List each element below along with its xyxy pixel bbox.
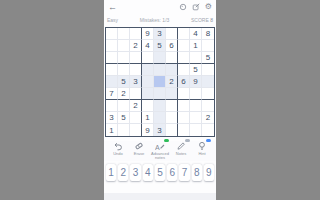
pencil-icon [176, 141, 186, 151]
sudoku-app: ← ⚙ Easy Mistakes: 1/3 SCORE 8 934824561… [104, 0, 216, 200]
cell-r7c3[interactable]: 2 [130, 100, 142, 112]
cell-r1c2[interactable] [118, 28, 130, 40]
undo-label: Undo [113, 152, 123, 156]
cell-r1c7[interactable] [178, 28, 190, 40]
cell-r1c1[interactable] [106, 28, 118, 40]
cell-r6c9[interactable] [202, 88, 214, 100]
settings-gear-icon[interactable]: ⚙ [205, 3, 212, 11]
hint-label: Hint [198, 152, 205, 156]
cell-r4c8[interactable]: 5 [190, 64, 202, 76]
notes-label: Notes [176, 152, 186, 156]
cell-r7c6[interactable] [166, 100, 178, 112]
cell-r9c6[interactable] [166, 124, 178, 136]
cell-r9c8[interactable] [190, 124, 202, 136]
game-toolbar: UndoEraseAAdvanced notesNotesHint [104, 141, 216, 161]
cell-r5c7[interactable]: 6 [178, 76, 190, 88]
cell-r3c3[interactable] [130, 52, 142, 64]
topbar-icon-group: ⚙ [179, 3, 212, 11]
cell-r1c6[interactable] [166, 28, 178, 40]
cell-r5c8[interactable]: 9 [190, 76, 202, 88]
cell-r9c1[interactable]: 1 [106, 124, 118, 136]
numpad-key-9[interactable]: 9 [204, 164, 214, 181]
notes-badge [185, 139, 190, 142]
cell-r5c5[interactable] [154, 76, 166, 88]
cell-r8c4[interactable]: 1 [142, 112, 154, 124]
cell-r6c1[interactable]: 7 [106, 88, 118, 100]
cell-r7c8[interactable] [190, 100, 202, 112]
cell-r6c3[interactable] [130, 88, 142, 100]
cell-r7c9[interactable] [202, 100, 214, 112]
cell-r1c5[interactable]: 3 [154, 28, 166, 40]
cell-r2c8[interactable]: 1 [190, 40, 202, 52]
mistakes-counter: Mistakes: 1/3 [140, 17, 169, 23]
cell-r7c2[interactable] [118, 100, 130, 112]
cell-r2c1[interactable] [106, 40, 118, 52]
advanced-notes-label: Advanced notes [151, 152, 169, 161]
number-pad: 123456789 [104, 164, 216, 181]
cell-r5c1[interactable] [106, 76, 118, 88]
erase-label: Erase [134, 152, 144, 156]
hint-button[interactable]: Hint [192, 141, 212, 156]
bulb-icon [197, 141, 207, 151]
hint-badge [206, 139, 211, 142]
top-bar: ← ⚙ [104, 0, 216, 14]
cell-r4c3[interactable] [130, 64, 142, 76]
cell-r2c6[interactable]: 6 [166, 40, 178, 52]
cell-r7c1[interactable] [106, 100, 118, 112]
cell-r9c3[interactable] [130, 124, 142, 136]
cell-r4c6[interactable] [166, 64, 178, 76]
cell-r2c2[interactable] [118, 40, 130, 52]
cell-r3c2[interactable] [118, 52, 130, 64]
cell-r2c5[interactable]: 5 [154, 40, 166, 52]
score-value: 8 [210, 17, 213, 23]
cell-r4c1[interactable] [106, 64, 118, 76]
cell-r9c4[interactable]: 9 [142, 124, 154, 136]
cell-r6c2[interactable]: 2 [118, 88, 130, 100]
cell-r6c7[interactable] [178, 88, 190, 100]
cell-r4c4[interactable] [142, 64, 154, 76]
numpad-key-8[interactable]: 8 [192, 164, 202, 181]
numpad-key-6[interactable]: 6 [167, 164, 177, 181]
cell-r4c9[interactable] [202, 64, 214, 76]
numpad-key-1[interactable]: 1 [106, 164, 116, 181]
cell-r9c2[interactable] [118, 124, 130, 136]
cell-r3c9[interactable]: 5 [202, 52, 214, 64]
undo-icon [113, 141, 123, 151]
cell-r5c9[interactable] [202, 76, 214, 88]
numpad-key-2[interactable]: 2 [118, 164, 128, 181]
cell-r8c5[interactable] [154, 112, 166, 124]
numpad-key-5[interactable]: 5 [155, 164, 165, 181]
status-bar: Easy Mistakes: 1/3 SCORE 8 [104, 14, 216, 26]
cell-r4c7[interactable] [178, 64, 190, 76]
advanced-notes-icon: A [155, 141, 165, 151]
cell-r1c9[interactable]: 8 [202, 28, 214, 40]
svg-text:A: A [155, 144, 160, 151]
cell-r8c9[interactable]: 2 [202, 112, 214, 124]
cell-r8c8[interactable] [190, 112, 202, 124]
gesture-bar [104, 193, 216, 200]
cell-r7c5[interactable] [154, 100, 166, 112]
cell-r8c7[interactable] [178, 112, 190, 124]
cell-r5c4[interactable] [142, 76, 154, 88]
numpad-key-7[interactable]: 7 [179, 164, 189, 181]
numpad-key-4[interactable]: 4 [143, 164, 153, 181]
cell-r9c5[interactable]: 3 [154, 124, 166, 136]
cell-r8c3[interactable] [130, 112, 142, 124]
edit-icon[interactable] [192, 3, 200, 11]
cell-r9c9[interactable] [202, 124, 214, 136]
cell-r8c6[interactable] [166, 112, 178, 124]
numpad-key-3[interactable]: 3 [130, 164, 140, 181]
cell-r5c2[interactable]: 5 [118, 76, 130, 88]
cell-r7c7[interactable] [178, 100, 190, 112]
difficulty-label[interactable]: Easy [107, 17, 118, 23]
cell-r1c4[interactable]: 9 [142, 28, 154, 40]
eraser-icon [134, 141, 144, 151]
cell-r1c3[interactable] [130, 28, 142, 40]
cell-r4c2[interactable] [118, 64, 130, 76]
cell-r2c4[interactable]: 4 [142, 40, 154, 52]
advanced-notes-badge [164, 139, 169, 142]
cell-r6c4[interactable] [142, 88, 154, 100]
cell-r3c6[interactable] [166, 52, 178, 64]
cell-r2c7[interactable] [178, 40, 190, 52]
cell-r4c5[interactable] [154, 64, 166, 76]
notes-button[interactable]: Notes [171, 141, 191, 156]
sudoku-board: 93482456155532697223512193 [105, 27, 215, 137]
back-button[interactable]: ← [108, 3, 117, 12]
cell-r3c5[interactable] [154, 52, 166, 64]
cell-r3c7[interactable] [178, 52, 190, 64]
erase-button[interactable]: Erase [129, 141, 149, 156]
palette-icon[interactable] [179, 3, 187, 11]
cell-r5c6[interactable]: 2 [166, 76, 178, 88]
cell-r9c7[interactable] [178, 124, 190, 136]
cell-r3c4[interactable] [142, 52, 154, 64]
cell-r6c5[interactable] [154, 88, 166, 100]
advanced-notes-button[interactable]: AAdvanced notes [150, 141, 170, 161]
cell-r7c4[interactable] [142, 100, 154, 112]
cell-r5c3[interactable]: 3 [130, 76, 142, 88]
cell-r8c2[interactable]: 5 [118, 112, 130, 124]
score-display: SCORE 8 [191, 17, 213, 23]
cell-r2c3[interactable]: 2 [130, 40, 142, 52]
cell-r2c9[interactable] [202, 40, 214, 52]
cell-r8c1[interactable]: 3 [106, 112, 118, 124]
cell-r3c1[interactable] [106, 52, 118, 64]
cell-r3c8[interactable] [190, 52, 202, 64]
cell-r6c8[interactable] [190, 88, 202, 100]
undo-button[interactable]: Undo [108, 141, 128, 156]
cell-r6c6[interactable] [166, 88, 178, 100]
cell-r1c8[interactable]: 4 [190, 28, 202, 40]
